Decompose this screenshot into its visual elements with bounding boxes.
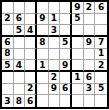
sudoku-cell-r4c8[interactable]: 9 xyxy=(84,37,96,49)
sudoku-cell-r8c5[interactable]: 9 xyxy=(49,84,61,96)
sudoku-cell-r2c8[interactable] xyxy=(84,14,96,26)
sudoku-cell-r1c7[interactable]: 9 xyxy=(72,2,84,14)
sudoku-cell-r7c7[interactable]: 1 xyxy=(72,72,84,84)
sudoku-cell-r7c4[interactable] xyxy=(37,72,49,84)
sudoku-cell-r7c8[interactable]: 6 xyxy=(84,72,96,84)
sudoku-cell-r1c8[interactable]: 2 xyxy=(84,2,96,14)
sudoku-cell-r3c5[interactable]: 3 xyxy=(49,25,61,37)
sudoku-cell-r5c1[interactable]: 8 xyxy=(2,49,14,61)
sudoku-cell-r8c2[interactable] xyxy=(14,84,26,96)
sudoku-cell-r6c4[interactable]: 1 xyxy=(37,60,49,72)
sudoku-cell-r8c9[interactable]: 5 xyxy=(95,84,107,96)
sudoku-cell-r4c2[interactable] xyxy=(14,37,26,49)
sudoku-cell-r9c9[interactable] xyxy=(95,95,107,107)
sudoku-cell-r8c7[interactable] xyxy=(72,84,84,96)
sudoku-cell-r8c1[interactable] xyxy=(2,84,14,96)
sudoku-cell-r3c2[interactable]: 5 xyxy=(14,25,26,37)
sudoku-cell-r8c3[interactable]: 2 xyxy=(25,84,37,96)
sudoku-cell-r5c8[interactable] xyxy=(84,49,96,61)
sudoku-cell-r9c6[interactable] xyxy=(60,95,72,107)
sudoku-cell-r1c6[interactable] xyxy=(60,2,72,14)
sudoku-cell-r9c5[interactable] xyxy=(49,95,61,107)
sudoku-cell-r2c9[interactable] xyxy=(95,14,107,26)
sudoku-cell-r9c4[interactable] xyxy=(37,95,49,107)
sudoku-cell-r7c2[interactable] xyxy=(14,72,26,84)
sudoku-cell-r9c8[interactable] xyxy=(84,95,96,107)
sudoku-cell-r7c3[interactable] xyxy=(25,72,37,84)
sudoku-cell-r6c7[interactable] xyxy=(72,60,84,72)
sudoku-cell-r6c6[interactable]: 9 xyxy=(60,60,72,72)
sudoku-cell-r5c3[interactable] xyxy=(25,49,37,61)
sudoku-cell-r8c6[interactable]: 6 xyxy=(60,84,72,96)
sudoku-cell-r3c3[interactable]: 4 xyxy=(25,25,37,37)
sudoku-cell-r4c9[interactable]: 7 xyxy=(95,37,107,49)
sudoku-cell-r3c6[interactable] xyxy=(60,25,72,37)
sudoku-cell-r2c1[interactable]: 2 xyxy=(2,14,14,26)
sudoku-cell-r6c1[interactable]: 5 xyxy=(2,60,14,72)
sudoku-board: 9262691554368597815419221629635386 xyxy=(0,0,109,109)
sudoku-cell-r2c7[interactable]: 5 xyxy=(72,14,84,26)
sudoku-cell-r7c9[interactable] xyxy=(95,72,107,84)
sudoku-cell-r2c4[interactable]: 9 xyxy=(37,14,49,26)
sudoku-page: 9262691554368597815419221629635386 xyxy=(0,0,109,110)
sudoku-cell-r9c7[interactable] xyxy=(72,95,84,107)
sudoku-cell-r3c8[interactable] xyxy=(84,25,96,37)
sudoku-cell-r5c2[interactable] xyxy=(14,49,26,61)
sudoku-cell-r4c4[interactable]: 8 xyxy=(37,37,49,49)
sudoku-cell-r6c2[interactable]: 4 xyxy=(14,60,26,72)
sudoku-cell-r8c8[interactable]: 3 xyxy=(84,84,96,96)
sudoku-cell-r9c1[interactable]: 3 xyxy=(2,95,14,107)
sudoku-cell-r3c1[interactable] xyxy=(2,25,14,37)
sudoku-cell-r6c9[interactable]: 2 xyxy=(95,60,107,72)
sudoku-cell-r5c6[interactable] xyxy=(60,49,72,61)
sudoku-cell-r4c6[interactable]: 5 xyxy=(60,37,72,49)
sudoku-cell-r7c6[interactable] xyxy=(60,72,72,84)
sudoku-cell-r5c4[interactable] xyxy=(37,49,49,61)
sudoku-cell-r5c7[interactable] xyxy=(72,49,84,61)
sudoku-cell-r9c3[interactable]: 6 xyxy=(25,95,37,107)
sudoku-cell-r6c8[interactable] xyxy=(84,60,96,72)
sudoku-cell-r3c9[interactable] xyxy=(95,25,107,37)
sudoku-cell-r2c2[interactable]: 6 xyxy=(14,14,26,26)
sudoku-cell-r3c7[interactable] xyxy=(72,25,84,37)
sudoku-cell-r1c5[interactable] xyxy=(49,2,61,14)
sudoku-cell-r1c9[interactable]: 6 xyxy=(95,2,107,14)
sudoku-cell-r1c4[interactable] xyxy=(37,2,49,14)
sudoku-cell-r1c3[interactable] xyxy=(25,2,37,14)
sudoku-cell-r7c1[interactable] xyxy=(2,72,14,84)
sudoku-cell-r2c3[interactable] xyxy=(25,14,37,26)
sudoku-cell-r2c5[interactable]: 1 xyxy=(49,14,61,26)
sudoku-cell-r8c4[interactable] xyxy=(37,84,49,96)
sudoku-cell-r4c1[interactable]: 6 xyxy=(2,37,14,49)
sudoku-cell-r4c3[interactable] xyxy=(25,37,37,49)
sudoku-cell-r6c5[interactable] xyxy=(49,60,61,72)
sudoku-cell-r1c2[interactable] xyxy=(14,2,26,14)
sudoku-cell-r4c7[interactable] xyxy=(72,37,84,49)
sudoku-cell-r9c2[interactable]: 8 xyxy=(14,95,26,107)
sudoku-cell-r5c5[interactable] xyxy=(49,49,61,61)
sudoku-cell-r7c5[interactable]: 2 xyxy=(49,72,61,84)
sudoku-cell-r5c9[interactable]: 1 xyxy=(95,49,107,61)
sudoku-cell-r3c4[interactable] xyxy=(37,25,49,37)
sudoku-cell-r1c1[interactable] xyxy=(2,2,14,14)
sudoku-cell-r6c3[interactable] xyxy=(25,60,37,72)
sudoku-cell-r4c5[interactable] xyxy=(49,37,61,49)
sudoku-cell-r2c6[interactable] xyxy=(60,14,72,26)
